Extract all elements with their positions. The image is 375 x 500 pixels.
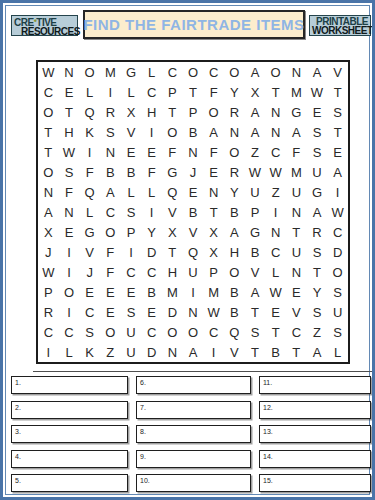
grid-cell-r10c4[interactable]: F [100,242,121,262]
grid-cell-r15c1[interactable]: I [38,342,59,362]
answer-number: 5. [15,477,21,484]
grid-cell-r11c9[interactable]: P [203,262,224,282]
grid-cell-r4c9[interactable]: A [203,122,224,142]
grid-cell-r1c4[interactable]: M [100,62,121,82]
grid-cell-r15c5[interactable]: U [121,342,142,362]
grid-cell-r15c15[interactable]: L [327,342,348,362]
grid-cell-r3c15[interactable]: S [327,102,348,122]
answer-box-2[interactable]: 2. [11,401,128,419]
answer-box-9[interactable]: 9. [136,450,251,468]
grid-cell-r7c6[interactable]: L [141,182,162,202]
answer-number: 3. [15,428,21,435]
grid-cell-r13c7[interactable]: D [162,302,183,322]
grid-cell-r13c8[interactable]: N [183,302,204,322]
grid-cell-r6c4[interactable]: B [100,162,121,182]
answer-number: 15. [263,477,273,484]
grid-cell-r4c8[interactable]: B [183,122,204,142]
grid-cell-r15c9[interactable]: I [203,342,224,362]
grid-cell-r14c1[interactable]: C [38,322,59,342]
grid-cell-r1c7[interactable]: C [162,62,183,82]
grid-cell-r12c15[interactable]: S [327,282,348,302]
grid-cell-r12c12[interactable]: W [265,282,286,302]
grid-cell-r10c2[interactable]: I [59,242,80,262]
grid-cell-r9c7[interactable]: X [162,222,183,242]
grid-cell-r2c7[interactable]: P [162,82,183,102]
brand-logo: CRE•TIVE RESOURCES [11,15,78,36]
grid-cell-r9c12[interactable]: N [265,222,286,242]
grid-cell-r11c4[interactable]: F [100,262,121,282]
grid-cell-r7c13[interactable]: U [286,182,307,202]
grid-cell-r4c11[interactable]: A [245,122,266,142]
grid-cell-r8c6[interactable]: I [141,202,162,222]
grid-cell-r12c2[interactable]: O [59,282,80,302]
answer-box-14[interactable]: 14. [259,450,371,468]
grid-cell-r15c14[interactable]: A [307,342,328,362]
answer-number: 1. [15,379,21,386]
grid-cell-r11c13[interactable]: N [286,262,307,282]
grid-cell-r15c13[interactable]: T [286,342,307,362]
grid-cell-r5c2[interactable]: W [59,142,80,162]
grid-cell-r8c1[interactable]: A [38,202,59,222]
grid-cell-r10c7[interactable]: T [162,242,183,262]
grid-cell-r10c8[interactable]: Q [183,242,204,262]
grid-cell-r15c11[interactable]: T [245,342,266,362]
grid-cell-r15c7[interactable]: N [162,342,183,362]
grid-cell-r4c12[interactable]: N [265,122,286,142]
grid-cell-r12c8[interactable]: I [183,282,204,302]
grid-cell-r14c9[interactable]: C [203,322,224,342]
grid-cell-r9c5[interactable]: P [121,222,142,242]
grid-cell-r12c6[interactable]: B [141,282,162,302]
answer-number: 8. [140,428,146,435]
grid-cell-r5c6[interactable]: E [141,142,162,162]
grid-cell-r14c15[interactable]: S [327,322,348,342]
grid-cell-r10c9[interactable]: X [203,242,224,262]
grid-cell-r2c6[interactable]: C [141,82,162,102]
grid-cell-r13c5[interactable]: S [121,302,142,322]
grid-cell-r1c2[interactable]: N [59,62,80,82]
grid-cell-r13c15[interactable]: U [327,302,348,322]
grid-cell-r12c14[interactable]: Y [307,282,328,302]
grid-cell-r13c1[interactable]: R [38,302,59,322]
answer-number: 4. [15,453,21,460]
grid-cell-r2c12[interactable]: T [265,82,286,102]
grid-cell-r15c8[interactable]: A [183,342,204,362]
answer-number: 14. [263,453,273,460]
grid-cell-r1c10[interactable]: O [224,62,245,82]
grid-cell-r9c4[interactable]: O [100,222,121,242]
grid-cell-r10c14[interactable]: S [307,242,328,262]
grid-cell-r9c9[interactable]: X [203,222,224,242]
grid-cell-r6c5[interactable]: B [121,162,142,182]
grid-cell-r12c3[interactable]: E [79,282,100,302]
grid-cell-r6c10[interactable]: R [224,162,245,182]
grid-cell-r12c11[interactable]: A [245,282,266,302]
grid-cell-r11c5[interactable]: C [121,262,142,282]
answer-box-1[interactable]: 1. [11,376,128,394]
grid-cell-r1c9[interactable]: C [203,62,224,82]
grid-cell-r3c10[interactable]: R [224,102,245,122]
grid-cell-r9c11[interactable]: G [245,222,266,242]
worksheet-title-box: FIND THE FAIRTRADE ITEMS [83,10,305,39]
grid-cell-r3c2[interactable]: T [59,102,80,122]
grid-cell-r10c6[interactable]: D [141,242,162,262]
answer-box-7[interactable]: 7. [136,401,251,419]
grid-cell-r14c6[interactable]: C [141,322,162,342]
grid-cell-r4c3[interactable]: K [79,122,100,142]
grid-cell-r5c5[interactable]: E [121,142,142,162]
grid-cell-r2c11[interactable]: X [245,82,266,102]
grid-cell-r14c7[interactable]: O [162,322,183,342]
grid-cell-r12c4[interactable]: E [100,282,121,302]
grid-cell-r5c7[interactable]: F [162,142,183,162]
grid-cell-r15c12[interactable]: B [265,342,286,362]
grid-cell-r4c5[interactable]: V [121,122,142,142]
grid-cell-r10c10[interactable]: H [224,242,245,262]
grid-cell-r14c5[interactable]: U [121,322,142,342]
grid-cell-r11c11[interactable]: V [245,262,266,282]
grid-cell-r6c7[interactable]: G [162,162,183,182]
grid-cell-r2c3[interactable]: L [79,82,100,102]
grid-cell-r3c11[interactable]: A [245,102,266,122]
grid-cell-r8c10[interactable]: B [224,202,245,222]
grid-cell-r9c1[interactable]: X [38,222,59,242]
grid-cell-r11c3[interactable]: J [79,262,100,282]
grid-cell-r15c10[interactable]: V [224,342,245,362]
grid-cell-r7c8[interactable]: E [183,182,204,202]
grid-cell-r13c13[interactable]: V [286,302,307,322]
grid-cell-r8c15[interactable]: W [327,202,348,222]
printable-worksheet-badge: PRINTABLE WORKSHEET [309,15,371,36]
grid-cell-r4c1[interactable]: T [38,122,59,142]
grid-cell-r3c14[interactable]: E [307,102,328,122]
grid-cell-r1c3[interactable]: O [79,62,100,82]
grid-cell-r10c5[interactable]: I [121,242,142,262]
grid-cell-r13c12[interactable]: E [265,302,286,322]
grid-cell-r5c9[interactable]: F [203,142,224,162]
grid-cell-r11c12[interactable]: L [265,262,286,282]
grid-cell-r1c15[interactable]: V [327,62,348,82]
grid-cell-r2c15[interactable]: T [327,82,348,102]
answer-box-4[interactable]: 4. [11,450,128,468]
grid-cell-r6c12[interactable]: W [265,162,286,182]
grid-cell-r7c3[interactable]: Q [79,182,100,202]
grid-cell-r15c2[interactable]: L [59,342,80,362]
answer-box-6[interactable]: 6. [136,376,251,394]
grid-cell-r14c3[interactable]: S [79,322,100,342]
grid-cell-r3c5[interactable]: X [121,102,142,122]
grid-cell-r12c5[interactable]: E [121,282,142,302]
grid-cell-r15c3[interactable]: K [79,342,100,362]
divider-line [33,371,372,372]
grid-cell-r1c13[interactable]: N [286,62,307,82]
grid-cell-r11c8[interactable]: U [183,262,204,282]
grid-cell-r3c7[interactable]: T [162,102,183,122]
grid-cell-r2c4[interactable]: I [100,82,121,102]
grid-cell-r5c12[interactable]: C [265,142,286,162]
grid-cell-r6c11[interactable]: W [245,162,266,182]
answer-number: 7. [140,404,146,411]
grid-cell-r11c14[interactable]: T [307,262,328,282]
grid-cell-r3c13[interactable]: G [286,102,307,122]
answer-box-12[interactable]: 12. [259,401,371,419]
grid-cell-r2c2[interactable]: E [59,82,80,102]
grid-cell-r9c10[interactable]: A [224,222,245,242]
grid-cell-r1c5[interactable]: G [121,62,142,82]
grid-cell-r4c4[interactable]: S [100,122,121,142]
grid-cell-r7c2[interactable]: F [59,182,80,202]
badge-line2: WORKSHEET [312,26,368,35]
grid-cell-r9c14[interactable]: R [307,222,328,242]
answer-box-11[interactable]: 11. [259,376,371,394]
grid-cell-r5c4[interactable]: N [100,142,121,162]
grid-cell-r3c3[interactable]: Q [79,102,100,122]
grid-cell-r11c6[interactable]: C [141,262,162,282]
grid-cell-r8c4[interactable]: C [100,202,121,222]
grid-cell-r8c3[interactable]: L [79,202,100,222]
grid-cell-r13c6[interactable]: E [141,302,162,322]
grid-cell-r6c9[interactable]: E [203,162,224,182]
grid-cell-r5c13[interactable]: F [286,142,307,162]
grid-cell-r6c15[interactable]: A [327,162,348,182]
grid-cell-r8c5[interactable]: S [121,202,142,222]
grid-cell-r1c8[interactable]: O [183,62,204,82]
grid-cell-r5c11[interactable]: Z [245,142,266,162]
grid-cell-r14c10[interactable]: Q [224,322,245,342]
answer-box-13[interactable]: 13. [259,425,371,443]
word-search-grid: WNOMGLCOCOAONAVCELILCPTFYXTMWTOTQRXHTPOR… [36,60,350,364]
grid-cell-r8c7[interactable]: V [162,202,183,222]
grid-cell-r7c4[interactable]: A [100,182,121,202]
grid-cell-r11c10[interactable]: O [224,262,245,282]
grid-cell-r9c15[interactable]: C [327,222,348,242]
grid-cell-r4c14[interactable]: S [307,122,328,142]
answer-number: 10. [140,477,150,484]
answer-number: 12. [263,404,273,411]
grid-cell-r12c1[interactable]: P [38,282,59,302]
grid-cell-r13c9[interactable]: W [203,302,224,322]
grid-cell-r3c1[interactable]: O [38,102,59,122]
grid-cell-r9c3[interactable]: G [79,222,100,242]
answer-box-8[interactable]: 8. [136,425,251,443]
grid-cell-r12c7[interactable]: M [162,282,183,302]
grid-cell-r2c9[interactable]: F [203,82,224,102]
grid-cell-r15c4[interactable]: Z [100,342,121,362]
grid-cell-r13c10[interactable]: B [224,302,245,322]
grid-cell-r7c5[interactable]: L [121,182,142,202]
grid-cell-r3c8[interactable]: P [183,102,204,122]
grid-cell-r13c2[interactable]: I [59,302,80,322]
grid-cell-r7c9[interactable]: N [203,182,224,202]
grid-cell-r4c10[interactable]: N [224,122,245,142]
grid-cell-r8c8[interactable]: B [183,202,204,222]
grid-cell-r2c5[interactable]: L [121,82,142,102]
worksheet-title: FIND THE FAIRTRADE ITEMS [83,16,304,33]
brand-line2: RESOURCES [14,27,75,36]
grid-cell-r8c12[interactable]: I [265,202,286,222]
grid-cell-r1c14[interactable]: A [307,62,328,82]
answer-box-15[interactable]: 15. [259,474,371,492]
grid-cell-r7c15[interactable]: I [327,182,348,202]
grid-cell-r11c2[interactable]: I [59,262,80,282]
grid-cell-r8c11[interactable]: P [245,202,266,222]
grid-cell-r9c13[interactable]: T [286,222,307,242]
grid-cell-r10c15[interactable]: D [327,242,348,262]
grid-cell-r3c6[interactable]: H [141,102,162,122]
grid-cell-r12c13[interactable]: E [286,282,307,302]
grid-cell-r5c15[interactable]: E [327,142,348,162]
grid-cell-r14c2[interactable]: C [59,322,80,342]
grid-cell-r4c7[interactable]: O [162,122,183,142]
grid-cell-r1c1[interactable]: W [38,62,59,82]
grid-cell-r14c8[interactable]: O [183,322,204,342]
grid-cell-r4c6[interactable]: I [141,122,162,142]
grid-cell-r13c14[interactable]: S [307,302,328,322]
grid-cell-r6c14[interactable]: U [307,162,328,182]
grid-cell-r6c1[interactable]: O [38,162,59,182]
grid-cell-r4c13[interactable]: A [286,122,307,142]
grid-cell-r9c6[interactable]: Y [141,222,162,242]
grid-cell-r14c12[interactable]: T [265,322,286,342]
grid-cell-r8c2[interactable]: N [59,202,80,222]
grid-cell-r6c2[interactable]: S [59,162,80,182]
answer-number: 6. [140,379,146,386]
grid-cell-r14c4[interactable]: O [100,322,121,342]
grid-cell-r5c14[interactable]: S [307,142,328,162]
grid-cell-r2c10[interactable]: Y [224,82,245,102]
grid-cell-r11c1[interactable]: W [38,262,59,282]
grid-cell-r13c3[interactable]: C [79,302,100,322]
grid-cell-r10c3[interactable]: V [79,242,100,262]
grid-cell-r5c3[interactable]: I [79,142,100,162]
grid-cell-r8c14[interactable]: A [307,202,328,222]
grid-cell-r2c14[interactable]: W [307,82,328,102]
grid-cell-r9c2[interactable]: E [59,222,80,242]
grid-cell-r14c14[interactable]: Z [307,322,328,342]
grid-cell-r5c8[interactable]: N [183,142,204,162]
grid-cell-r2c1[interactable]: C [38,82,59,102]
grid-cell-r8c13[interactable]: N [286,202,307,222]
grid-cell-r7c11[interactable]: U [245,182,266,202]
grid-cell-r5c10[interactable]: O [224,142,245,162]
grid-cell-r8c9[interactable]: T [203,202,224,222]
answer-number: 9. [140,453,146,460]
grid-cell-r1c6[interactable]: L [141,62,162,82]
grid-cell-r3c12[interactable]: N [265,102,286,122]
grid-cell-r10c1[interactable]: J [38,242,59,262]
answer-list: 1.2.3.4.5.6.7.8.9.10.11.12.13.14.15. [11,376,372,492]
grid-cell-r3c4[interactable]: R [100,102,121,122]
grid-cell-r7c1[interactable]: N [38,182,59,202]
grid-cell-r6c6[interactable]: F [141,162,162,182]
grid-cell-r6c8[interactable]: J [183,162,204,182]
grid-cell-r3c9[interactable]: O [203,102,224,122]
grid-cell-r14c13[interactable]: C [286,322,307,342]
grid-cell-r13c11[interactable]: T [245,302,266,322]
grid-cell-r12c10[interactable]: B [224,282,245,302]
grid-cell-r7c14[interactable]: G [307,182,328,202]
grid-cell-r7c12[interactable]: Z [265,182,286,202]
grid-cell-r6c13[interactable]: M [286,162,307,182]
grid-cell-r1c11[interactable]: A [245,62,266,82]
answer-number: 11. [263,379,272,386]
grid-cell-r12c9[interactable]: M [203,282,224,302]
grid-cell-r2c8[interactable]: T [183,82,204,102]
grid-cell-r7c7[interactable]: Q [162,182,183,202]
grid-cell-r13c4[interactable]: E [100,302,121,322]
answer-box-3[interactable]: 3. [11,425,128,443]
grid-cell-r4c15[interactable]: T [327,122,348,142]
answer-number: 13. [263,428,273,435]
grid-cell-r2c13[interactable]: M [286,82,307,102]
grid-cell-r4c2[interactable]: H [59,122,80,142]
grid-cell-r7c10[interactable]: Y [224,182,245,202]
grid-cell-r10c11[interactable]: B [245,242,266,262]
answer-box-10[interactable]: 10. [136,474,251,492]
answer-number: 2. [15,404,21,411]
grid-cell-r9c8[interactable]: V [183,222,204,242]
grid-cell-r1c12[interactable]: O [265,62,286,82]
grid-cell-r14c11[interactable]: S [245,322,266,342]
worksheet-page: CRE•TIVE RESOURCES FIND THE FAIRTRADE IT… [0,0,375,500]
grid-cell-r10c12[interactable]: C [265,242,286,262]
grid-cell-r10c13[interactable]: U [286,242,307,262]
answer-box-5[interactable]: 5. [11,474,128,492]
grid-cell-r15c6[interactable]: D [141,342,162,362]
grid-cell-r5c1[interactable]: T [38,142,59,162]
grid-cell-r11c15[interactable]: O [327,262,348,282]
grid-cell-r6c3[interactable]: F [79,162,100,182]
grid-cell-r11c7[interactable]: H [162,262,183,282]
